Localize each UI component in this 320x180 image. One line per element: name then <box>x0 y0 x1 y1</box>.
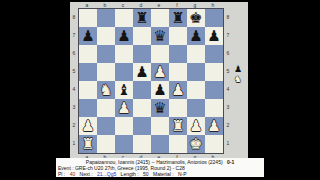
square-a3[interactable] <box>79 99 97 117</box>
square-e3[interactable]: ♛ <box>151 99 169 117</box>
material-value: N-P <box>178 171 187 177</box>
square-e5[interactable]: ♟ <box>151 63 169 81</box>
rank-label-2: 2 <box>70 116 78 134</box>
square-e8[interactable] <box>151 9 169 27</box>
square-b2[interactable] <box>97 117 115 135</box>
next-move-value: 21...Qg5 <box>97 171 116 177</box>
square-h5[interactable] <box>205 63 223 81</box>
black-queen-e3[interactable]: ♛ <box>151 99 169 117</box>
white-pawn-c3[interactable]: ♟ <box>115 99 133 117</box>
length-label: Length : <box>121 171 139 177</box>
square-f5[interactable] <box>169 63 187 81</box>
square-g5[interactable] <box>187 63 205 81</box>
square-h7[interactable]: ♟ <box>205 27 223 45</box>
square-d3[interactable] <box>133 99 151 117</box>
rank-label-7: 7 <box>70 26 78 44</box>
square-h2[interactable]: ♟ <box>205 117 223 135</box>
black-king-g8[interactable]: ♚ <box>187 9 205 27</box>
black-pawn-d5[interactable]: ♟ <box>133 63 151 81</box>
footer-panel: Papaioannou, Ioannis (2415) -- Hatzimano… <box>56 158 264 177</box>
square-h4[interactable] <box>205 81 223 99</box>
square-d5[interactable]: ♟ <box>133 63 151 81</box>
square-d7[interactable] <box>133 27 151 45</box>
square-c8[interactable] <box>115 9 133 27</box>
white-pawn-e5[interactable]: ♟ <box>151 63 169 81</box>
black-queen-e7[interactable]: ♛ <box>151 27 169 45</box>
square-e4[interactable]: ♟ <box>151 81 169 99</box>
black-rook-f8[interactable]: ♜ <box>169 9 187 27</box>
square-a7[interactable]: ♟ <box>79 27 97 45</box>
square-d4[interactable] <box>133 81 151 99</box>
square-d1[interactable] <box>133 135 151 153</box>
square-c5[interactable] <box>115 63 133 81</box>
material-label: Material : <box>153 171 174 177</box>
white-rook-a1[interactable]: ♜ <box>79 135 97 153</box>
square-c4[interactable]: ♝ <box>115 81 133 99</box>
stats-line: Pl : 40 Next : 21...Qg5 Length : 50 Mate… <box>56 171 264 177</box>
rank-label-7: 7 <box>224 26 232 44</box>
black-pawn-c7[interactable]: ♟ <box>115 27 133 45</box>
square-g2[interactable]: ♟ <box>187 117 205 135</box>
square-a2[interactable]: ♟ <box>79 117 97 135</box>
square-f3[interactable] <box>169 99 187 117</box>
black-player-rating: (2245) <box>208 159 222 165</box>
tray-white-knight-icon: ♞ <box>234 74 242 84</box>
square-a5[interactable] <box>79 63 97 81</box>
white-knight-b4[interactable]: ♞ <box>97 81 115 99</box>
rank-labels-right: 87654321 <box>224 8 232 154</box>
ply-label: Pl : <box>58 171 65 177</box>
square-h3[interactable] <box>205 99 223 117</box>
square-a1[interactable]: ♜ <box>79 135 97 153</box>
square-g3[interactable] <box>187 99 205 117</box>
square-a8[interactable] <box>79 9 97 27</box>
square-h8[interactable] <box>205 9 223 27</box>
black-rook-d8[interactable]: ♜ <box>133 9 151 27</box>
square-f7[interactable] <box>169 27 187 45</box>
square-h1[interactable] <box>205 135 223 153</box>
square-a4[interactable] <box>79 81 97 99</box>
square-g1[interactable]: ♚ <box>187 135 205 153</box>
material-tray: ♟♞ <box>232 64 244 154</box>
white-rook-f2[interactable]: ♜ <box>169 117 187 135</box>
game-result: 0-1 <box>227 159 234 165</box>
square-d2[interactable] <box>133 117 151 135</box>
black-pawn-h7[interactable]: ♟ <box>205 27 223 45</box>
rank-labels-left: 87654321 <box>70 8 78 154</box>
rank-label-3: 3 <box>70 98 78 116</box>
black-pawn-e4[interactable]: ♟ <box>151 81 169 99</box>
square-b1[interactable] <box>97 135 115 153</box>
square-d8[interactable]: ♜ <box>133 9 151 27</box>
rank-label-1: 1 <box>224 134 232 152</box>
square-e7[interactable]: ♛ <box>151 27 169 45</box>
square-e2[interactable] <box>151 117 169 135</box>
square-g6[interactable] <box>187 45 205 63</box>
black-pawn-g7[interactable]: ♟ <box>187 27 205 45</box>
length-value: 50 <box>143 171 149 177</box>
square-b3[interactable] <box>97 99 115 117</box>
rank-label-5: 5 <box>70 62 78 80</box>
square-g4[interactable] <box>187 81 205 99</box>
square-c1[interactable] <box>115 135 133 153</box>
tray-black-pawn-icon: ♟ <box>234 64 242 74</box>
square-e1[interactable] <box>151 135 169 153</box>
white-pawn-a2[interactable]: ♟ <box>79 117 97 135</box>
ply-value: 40 <box>70 171 76 177</box>
square-f2[interactable]: ♜ <box>169 117 187 135</box>
white-pawn-g2[interactable]: ♟ <box>187 117 205 135</box>
rank-label-6: 6 <box>70 44 78 62</box>
square-c2[interactable] <box>115 117 133 135</box>
board-panel: abcdefgh 87654321 ♜♜♚♟♟♛♟♟♟♟♞♝♟♟♟♛♟♜♟♟♜♚… <box>70 2 248 158</box>
square-a6[interactable] <box>79 45 97 63</box>
rank-label-3: 3 <box>224 98 232 116</box>
square-f1[interactable] <box>169 135 187 153</box>
rank-label-4: 4 <box>70 80 78 98</box>
square-h6[interactable] <box>205 45 223 63</box>
board-grid[interactable]: ♜♜♚♟♟♛♟♟♟♟♞♝♟♟♟♛♟♜♟♟♜♚ <box>78 8 224 154</box>
square-g7[interactable]: ♟ <box>187 27 205 45</box>
square-b5[interactable] <box>97 63 115 81</box>
square-b4[interactable]: ♞ <box>97 81 115 99</box>
square-d6[interactable] <box>133 45 151 63</box>
square-f4[interactable]: ♟ <box>169 81 187 99</box>
next-move-label: Next : <box>80 171 93 177</box>
square-e6[interactable] <box>151 45 169 63</box>
rank-label-8: 8 <box>70 8 78 26</box>
square-c6[interactable] <box>115 45 133 63</box>
white-king-g1[interactable]: ♚ <box>187 135 205 153</box>
square-f8[interactable]: ♜ <box>169 9 187 27</box>
square-c7[interactable]: ♟ <box>115 27 133 45</box>
black-pawn-a7[interactable]: ♟ <box>79 27 97 45</box>
square-f6[interactable] <box>169 45 187 63</box>
rank-label-1: 1 <box>70 134 78 152</box>
square-b6[interactable] <box>97 45 115 63</box>
rank-label-2: 2 <box>224 116 232 134</box>
rank-label-5: 5 <box>224 62 232 80</box>
rank-label-6: 6 <box>224 44 232 62</box>
white-pawn-h2[interactable]: ♟ <box>205 117 223 135</box>
square-g8[interactable]: ♚ <box>187 9 205 27</box>
square-b7[interactable] <box>97 27 115 45</box>
black-bishop-c4[interactable]: ♝ <box>115 81 133 99</box>
white-pawn-f4[interactable]: ♟ <box>169 81 187 99</box>
square-b8[interactable] <box>97 9 115 27</box>
rank-label-8: 8 <box>224 8 232 26</box>
rank-label-4: 4 <box>224 80 232 98</box>
square-c3[interactable]: ♟ <box>115 99 133 117</box>
